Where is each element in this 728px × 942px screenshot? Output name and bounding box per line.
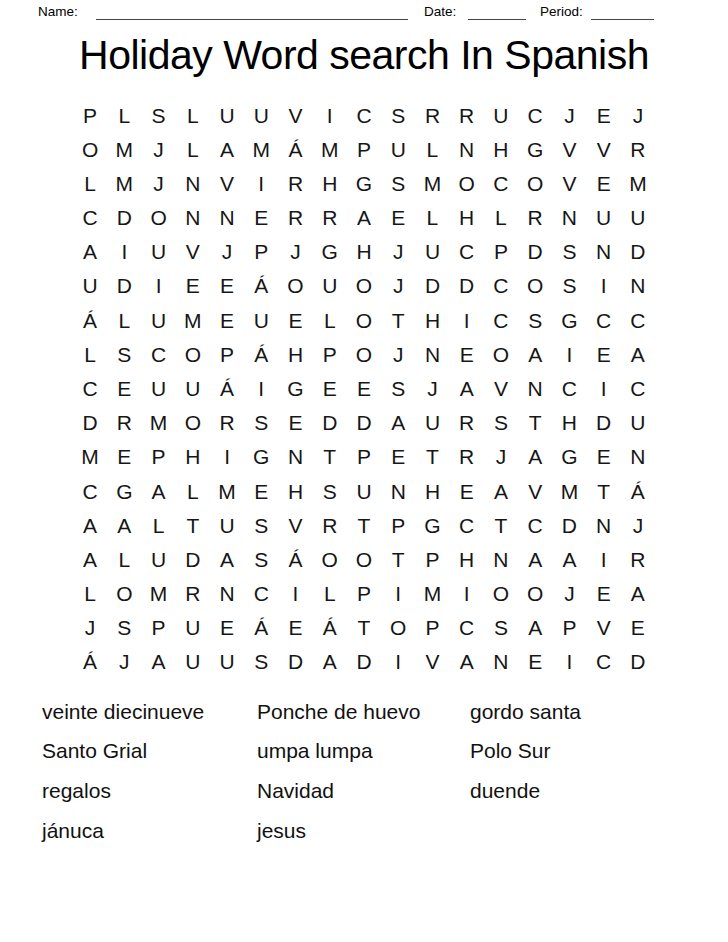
grid-cell[interactable]: E xyxy=(244,474,278,508)
grid-cell[interactable]: V xyxy=(587,611,621,645)
grid-cell[interactable]: J xyxy=(141,166,175,200)
grid-cell[interactable]: O xyxy=(518,166,552,200)
grid-cell[interactable]: L xyxy=(415,132,449,166)
grid-cell[interactable]: M xyxy=(107,132,141,166)
grid-cell[interactable]: C xyxy=(518,508,552,542)
grid-cell[interactable]: L xyxy=(176,132,210,166)
grid-cell[interactable]: A xyxy=(518,542,552,576)
grid-cell[interactable]: G xyxy=(552,303,586,337)
grid-cell[interactable]: N xyxy=(587,235,621,269)
grid-cell[interactable]: A xyxy=(141,645,175,679)
grid-cell[interactable]: S xyxy=(381,371,415,405)
grid-cell[interactable]: C xyxy=(450,611,484,645)
grid-cell[interactable]: Á xyxy=(73,645,107,679)
grid-cell[interactable]: R xyxy=(278,201,312,235)
grid-cell[interactable]: V xyxy=(518,474,552,508)
grid-cell[interactable]: G xyxy=(415,508,449,542)
grid-cell[interactable]: Á xyxy=(278,542,312,576)
grid-cell[interactable]: E xyxy=(278,406,312,440)
grid-cell[interactable]: O xyxy=(176,337,210,371)
grid-cell[interactable]: N xyxy=(621,440,655,474)
grid-cell[interactable]: U xyxy=(621,406,655,440)
grid-cell[interactable]: A xyxy=(141,474,175,508)
grid-cell[interactable]: S xyxy=(313,474,347,508)
grid-cell[interactable]: N xyxy=(415,337,449,371)
grid-cell[interactable]: N xyxy=(210,576,244,610)
grid-cell[interactable]: V xyxy=(587,132,621,166)
grid-cell[interactable]: R xyxy=(107,406,141,440)
grid-cell[interactable]: I xyxy=(450,576,484,610)
grid-cell[interactable]: M xyxy=(107,166,141,200)
grid-cell[interactable]: G xyxy=(552,440,586,474)
grid-cell[interactable]: E xyxy=(278,303,312,337)
grid-cell[interactable]: C xyxy=(450,235,484,269)
grid-cell[interactable]: S xyxy=(107,611,141,645)
grid-cell[interactable]: I xyxy=(278,576,312,610)
grid-cell[interactable]: S xyxy=(244,645,278,679)
grid-cell[interactable]: T xyxy=(381,542,415,576)
grid-cell[interactable]: M xyxy=(141,576,175,610)
grid-cell[interactable]: R xyxy=(415,98,449,132)
grid-cell[interactable]: O xyxy=(484,337,518,371)
grid-cell[interactable]: I xyxy=(381,645,415,679)
grid-cell[interactable]: T xyxy=(176,508,210,542)
grid-cell[interactable]: U xyxy=(484,98,518,132)
grid-cell[interactable]: O xyxy=(141,201,175,235)
grid-cell[interactable]: C xyxy=(73,474,107,508)
grid-cell[interactable]: O xyxy=(278,269,312,303)
grid-cell[interactable]: L xyxy=(313,303,347,337)
grid-cell[interactable]: R xyxy=(210,406,244,440)
grid-cell[interactable]: R xyxy=(621,132,655,166)
grid-cell[interactable]: E xyxy=(450,337,484,371)
grid-cell[interactable]: Á xyxy=(244,269,278,303)
grid-cell[interactable]: H xyxy=(313,166,347,200)
grid-cell[interactable]: G xyxy=(347,166,381,200)
grid-cell[interactable]: M xyxy=(415,166,449,200)
word-search-grid: PLSLUUVICSRRUCJEJOMJLAMÁMPULNHGVVRLMJNVI… xyxy=(73,98,655,679)
grid-cell[interactable]: J xyxy=(381,235,415,269)
grid-cell[interactable]: G xyxy=(107,474,141,508)
grid-cell[interactable]: I xyxy=(244,371,278,405)
grid-cell[interactable]: T xyxy=(518,406,552,440)
grid-cell[interactable]: C xyxy=(141,337,175,371)
grid-cell[interactable]: M xyxy=(313,132,347,166)
grid-cell[interactable]: A xyxy=(621,337,655,371)
grid-cell[interactable]: U xyxy=(210,98,244,132)
grid-cell[interactable]: L xyxy=(107,303,141,337)
grid-cell[interactable]: P xyxy=(141,440,175,474)
grid-cell[interactable]: R xyxy=(518,201,552,235)
grid-cell[interactable]: R xyxy=(621,542,655,576)
grid-cell[interactable]: H xyxy=(278,337,312,371)
grid-cell[interactable]: M xyxy=(210,474,244,508)
grid-cell[interactable]: U xyxy=(587,201,621,235)
grid-cell[interactable]: D xyxy=(107,201,141,235)
grid-cell[interactable]: U xyxy=(347,474,381,508)
grid-cell[interactable]: D xyxy=(518,235,552,269)
grid-cell[interactable]: U xyxy=(141,371,175,405)
grid-cell[interactable]: P xyxy=(244,235,278,269)
grid-cell[interactable]: D xyxy=(552,508,586,542)
grid-cell[interactable]: H xyxy=(415,474,449,508)
grid-cell[interactable]: H xyxy=(484,132,518,166)
grid-cell[interactable]: A xyxy=(450,645,484,679)
grid-cell[interactable]: A xyxy=(450,371,484,405)
grid-cell[interactable]: C xyxy=(73,371,107,405)
grid-cell[interactable]: A xyxy=(347,201,381,235)
grid-cell[interactable]: J xyxy=(552,576,586,610)
grid-cell[interactable]: P xyxy=(347,132,381,166)
grid-cell[interactable]: P xyxy=(415,611,449,645)
grid-cell[interactable]: A xyxy=(518,337,552,371)
grid-cell[interactable]: U xyxy=(415,406,449,440)
grid-cell[interactable]: T xyxy=(313,440,347,474)
grid-cell[interactable]: D xyxy=(107,269,141,303)
grid-cell[interactable]: C xyxy=(450,508,484,542)
grid-cell[interactable]: P xyxy=(484,235,518,269)
grid-cell[interactable]: O xyxy=(347,303,381,337)
grid-cell[interactable]: U xyxy=(313,269,347,303)
grid-cell[interactable]: S xyxy=(484,611,518,645)
grid-cell[interactable]: N xyxy=(484,645,518,679)
grid-cell[interactable]: J xyxy=(415,371,449,405)
grid-cell[interactable]: C xyxy=(621,303,655,337)
grid-cell[interactable]: P xyxy=(381,508,415,542)
grid-cell[interactable]: E xyxy=(210,303,244,337)
grid-cell[interactable]: M xyxy=(73,440,107,474)
grid-cell[interactable]: E xyxy=(587,576,621,610)
grid-cell[interactable]: H xyxy=(347,235,381,269)
grid-cell[interactable]: D xyxy=(278,645,312,679)
grid-cell[interactable]: A xyxy=(518,611,552,645)
grid-cell[interactable]: T xyxy=(484,508,518,542)
grid-cell[interactable]: T xyxy=(587,474,621,508)
grid-cell[interactable]: E xyxy=(587,166,621,200)
grid-cell[interactable]: R xyxy=(278,166,312,200)
grid-cell[interactable]: U xyxy=(244,303,278,337)
grid-cell[interactable]: U xyxy=(210,508,244,542)
grid-cell[interactable]: O xyxy=(313,542,347,576)
word-list-item: gordo santa xyxy=(470,692,581,732)
grid-cell[interactable]: M xyxy=(415,576,449,610)
grid-cell[interactable]: P xyxy=(347,576,381,610)
grid-cell[interactable]: U xyxy=(381,132,415,166)
grid-cell[interactable]: N xyxy=(381,474,415,508)
grid-cell[interactable]: M xyxy=(621,166,655,200)
grid-cell[interactable]: U xyxy=(415,235,449,269)
word-list-item: veinte diecinueve xyxy=(42,692,204,732)
grid-cell[interactable]: H xyxy=(176,440,210,474)
grid-cell[interactable]: E xyxy=(381,440,415,474)
grid-cell[interactable]: C xyxy=(621,371,655,405)
grid-cell[interactable]: A xyxy=(210,132,244,166)
grid-cell[interactable]: U xyxy=(73,269,107,303)
grid-cell[interactable]: D xyxy=(587,406,621,440)
grid-cell[interactable]: E xyxy=(210,269,244,303)
grid-cell[interactable]: L xyxy=(176,98,210,132)
grid-cell[interactable]: I xyxy=(587,371,621,405)
grid-cell[interactable]: P xyxy=(347,440,381,474)
grid-cell[interactable]: V xyxy=(552,166,586,200)
grid-cell[interactable]: I xyxy=(210,440,244,474)
grid-cell[interactable]: O xyxy=(176,406,210,440)
grid-cell[interactable]: J xyxy=(381,269,415,303)
grid-cell[interactable]: Á xyxy=(210,371,244,405)
grid-cell[interactable]: Á xyxy=(313,611,347,645)
grid-cell[interactable]: N xyxy=(176,166,210,200)
grid-cell[interactable]: O xyxy=(73,132,107,166)
word-list-item: Navidad xyxy=(257,771,420,811)
grid-cell[interactable]: L xyxy=(176,474,210,508)
grid-cell[interactable]: O xyxy=(347,542,381,576)
date-label: Date: xyxy=(424,4,456,19)
grid-cell[interactable]: A xyxy=(518,440,552,474)
grid-cell[interactable]: C xyxy=(552,371,586,405)
grid-cell[interactable]: J xyxy=(484,440,518,474)
grid-cell[interactable]: J xyxy=(107,645,141,679)
grid-cell[interactable]: C xyxy=(587,303,621,337)
grid-cell[interactable]: E xyxy=(381,201,415,235)
grid-cell[interactable]: H xyxy=(415,303,449,337)
grid-cell[interactable]: J xyxy=(381,337,415,371)
grid-cell[interactable]: U xyxy=(210,645,244,679)
grid-cell[interactable]: L xyxy=(141,508,175,542)
grid-cell[interactable]: D xyxy=(176,542,210,576)
grid-cell[interactable]: P xyxy=(552,611,586,645)
grid-cell[interactable]: S xyxy=(244,406,278,440)
grid-cell[interactable]: M xyxy=(141,406,175,440)
period-field-line[interactable] xyxy=(591,19,654,20)
grid-cell[interactable]: O xyxy=(484,576,518,610)
grid-cell[interactable]: O xyxy=(347,337,381,371)
grid-cell[interactable]: V xyxy=(415,645,449,679)
grid-cell[interactable]: V xyxy=(484,371,518,405)
grid-cell[interactable]: C xyxy=(587,645,621,679)
grid-cell[interactable]: U xyxy=(141,303,175,337)
grid-cell[interactable]: M xyxy=(552,474,586,508)
grid-cell[interactable]: H xyxy=(450,542,484,576)
grid-cell[interactable]: M xyxy=(176,303,210,337)
grid-cell[interactable]: U xyxy=(621,201,655,235)
grid-cell[interactable]: A xyxy=(313,645,347,679)
grid-cell[interactable]: L xyxy=(313,576,347,610)
grid-cell[interactable]: E xyxy=(518,645,552,679)
grid-cell[interactable]: H xyxy=(450,201,484,235)
grid-cell[interactable]: V xyxy=(176,235,210,269)
grid-cell[interactable]: A xyxy=(381,406,415,440)
grid-cell[interactable]: I xyxy=(244,166,278,200)
grid-cell[interactable]: S xyxy=(107,337,141,371)
grid-cell[interactable]: S xyxy=(552,269,586,303)
grid-cell[interactable]: J xyxy=(278,235,312,269)
grid-cell[interactable]: T xyxy=(381,303,415,337)
grid-cell[interactable]: S xyxy=(244,542,278,576)
grid-cell[interactable]: E xyxy=(176,269,210,303)
grid-cell[interactable]: V xyxy=(552,132,586,166)
grid-cell[interactable]: D xyxy=(415,269,449,303)
grid-cell[interactable]: P xyxy=(141,611,175,645)
grid-cell[interactable]: A xyxy=(210,542,244,576)
grid-cell[interactable]: G xyxy=(244,440,278,474)
grid-cell[interactable]: O xyxy=(450,166,484,200)
grid-cell[interactable]: L xyxy=(73,166,107,200)
grid-cell[interactable]: Á xyxy=(73,303,107,337)
grid-cell[interactable]: S xyxy=(381,98,415,132)
grid-cell[interactable]: V xyxy=(210,166,244,200)
grid-cell[interactable]: J xyxy=(210,235,244,269)
grid-cell[interactable]: P xyxy=(210,337,244,371)
grid-cell[interactable]: V xyxy=(278,98,312,132)
grid-cell[interactable]: N xyxy=(176,201,210,235)
grid-cell[interactable]: E xyxy=(587,337,621,371)
grid-cell[interactable]: J xyxy=(73,611,107,645)
grid-cell[interactable]: U xyxy=(141,542,175,576)
grid-cell[interactable]: E xyxy=(313,371,347,405)
grid-cell[interactable]: C xyxy=(73,201,107,235)
grid-cell[interactable]: C xyxy=(244,576,278,610)
grid-cell[interactable]: P xyxy=(73,98,107,132)
grid-cell[interactable]: S xyxy=(552,235,586,269)
grid-cell[interactable]: L xyxy=(73,576,107,610)
grid-cell[interactable]: R xyxy=(450,98,484,132)
grid-cell[interactable]: A xyxy=(484,474,518,508)
grid-cell[interactable]: A xyxy=(552,542,586,576)
grid-cell[interactable]: O xyxy=(518,576,552,610)
grid-cell[interactable]: E xyxy=(210,611,244,645)
grid-cell[interactable]: L xyxy=(484,201,518,235)
grid-cell[interactable]: N xyxy=(552,201,586,235)
grid-cell[interactable]: D xyxy=(621,645,655,679)
grid-cell[interactable]: I xyxy=(107,235,141,269)
grid-cell[interactable]: S xyxy=(518,303,552,337)
word-list: veinte diecinueve Santo Grial regalos já… xyxy=(0,692,728,892)
grid-cell[interactable]: E xyxy=(107,371,141,405)
grid-cell[interactable]: I xyxy=(552,337,586,371)
grid-cell[interactable]: N xyxy=(484,542,518,576)
grid-cell[interactable]: L xyxy=(415,201,449,235)
grid-cell[interactable]: Á xyxy=(244,611,278,645)
grid-cell[interactable]: E xyxy=(587,440,621,474)
grid-cell[interactable]: N xyxy=(278,440,312,474)
grid-cell[interactable]: Á xyxy=(244,337,278,371)
grid-cell[interactable]: U xyxy=(176,645,210,679)
grid-cell[interactable]: C xyxy=(347,98,381,132)
grid-cell[interactable]: J xyxy=(621,98,655,132)
grid-cell[interactable]: O xyxy=(107,576,141,610)
grid-cell[interactable]: S xyxy=(484,406,518,440)
grid-cell[interactable]: U xyxy=(176,611,210,645)
grid-cell[interactable]: D xyxy=(450,269,484,303)
grid-cell[interactable]: C xyxy=(518,98,552,132)
grid-cell[interactable]: I xyxy=(552,645,586,679)
grid-cell[interactable]: T xyxy=(347,611,381,645)
grid-cell[interactable]: E xyxy=(587,98,621,132)
grid-cell[interactable]: I xyxy=(450,303,484,337)
grid-cell[interactable]: Á xyxy=(278,132,312,166)
grid-cell[interactable]: J xyxy=(621,508,655,542)
grid-cell[interactable]: C xyxy=(484,166,518,200)
grid-cell[interactable]: D xyxy=(621,235,655,269)
grid-cell[interactable]: A xyxy=(73,508,107,542)
grid-cell[interactable]: I xyxy=(313,98,347,132)
grid-cell[interactable]: E xyxy=(107,440,141,474)
grid-cell[interactable]: J xyxy=(141,132,175,166)
grid-cell[interactable]: G xyxy=(313,235,347,269)
grid-cell[interactable]: E xyxy=(621,611,655,645)
grid-cell[interactable]: N xyxy=(210,201,244,235)
grid-cell[interactable]: D xyxy=(73,406,107,440)
grid-cell[interactable]: R xyxy=(450,406,484,440)
grid-cell[interactable]: A xyxy=(73,235,107,269)
grid-cell[interactable]: I xyxy=(587,269,621,303)
grid-cell[interactable]: R xyxy=(313,201,347,235)
grid-cell[interactable]: J xyxy=(552,98,586,132)
grid-cell[interactable]: I xyxy=(381,576,415,610)
grid-cell[interactable]: N xyxy=(587,508,621,542)
grid-cell[interactable]: A xyxy=(621,576,655,610)
grid-cell[interactable]: U xyxy=(141,235,175,269)
grid-cell[interactable]: O xyxy=(381,611,415,645)
grid-cell[interactable]: Á xyxy=(621,474,655,508)
grid-cell[interactable]: N xyxy=(518,371,552,405)
grid-cell[interactable]: L xyxy=(107,542,141,576)
grid-cell[interactable]: S xyxy=(244,508,278,542)
grid-cell[interactable]: S xyxy=(381,166,415,200)
grid-cell[interactable]: P xyxy=(313,337,347,371)
grid-cell[interactable]: L xyxy=(73,337,107,371)
grid-cell[interactable]: N xyxy=(450,132,484,166)
grid-cell[interactable]: C xyxy=(484,269,518,303)
grid-cell[interactable]: R xyxy=(176,576,210,610)
grid-cell[interactable]: D xyxy=(347,406,381,440)
date-field-line[interactable] xyxy=(468,19,526,20)
grid-cell[interactable]: S xyxy=(141,98,175,132)
grid-cell[interactable]: C xyxy=(484,303,518,337)
grid-cell[interactable]: I xyxy=(141,269,175,303)
grid-cell[interactable]: O xyxy=(347,269,381,303)
grid-cell[interactable]: R xyxy=(450,440,484,474)
grid-cell[interactable]: E xyxy=(244,201,278,235)
grid-cell[interactable]: H xyxy=(278,474,312,508)
grid-cell[interactable]: D xyxy=(313,406,347,440)
grid-cell[interactable]: H xyxy=(552,406,586,440)
grid-cell[interactable]: G xyxy=(278,371,312,405)
grid-cell[interactable]: I xyxy=(587,542,621,576)
grid-cell[interactable]: A xyxy=(107,508,141,542)
grid-cell[interactable]: R xyxy=(313,508,347,542)
grid-cell[interactable]: E xyxy=(278,611,312,645)
grid-cell[interactable]: E xyxy=(450,474,484,508)
grid-cell[interactable]: U xyxy=(244,98,278,132)
grid-cell[interactable]: N xyxy=(621,269,655,303)
grid-cell[interactable]: D xyxy=(347,645,381,679)
grid-cell[interactable]: E xyxy=(347,371,381,405)
word-list-item: Santo Grial xyxy=(42,732,204,772)
grid-cell[interactable]: T xyxy=(415,440,449,474)
grid-cell[interactable]: A xyxy=(73,542,107,576)
grid-cell[interactable]: V xyxy=(278,508,312,542)
grid-cell[interactable]: O xyxy=(518,269,552,303)
grid-cell[interactable]: U xyxy=(176,371,210,405)
grid-cell[interactable]: L xyxy=(107,98,141,132)
grid-cell[interactable]: G xyxy=(518,132,552,166)
word-list-column-3: gordo santa Polo Sur duende xyxy=(470,692,581,811)
grid-cell[interactable]: M xyxy=(244,132,278,166)
grid-cell[interactable]: T xyxy=(347,508,381,542)
name-field-line[interactable] xyxy=(96,19,408,20)
grid-cell[interactable]: P xyxy=(415,542,449,576)
